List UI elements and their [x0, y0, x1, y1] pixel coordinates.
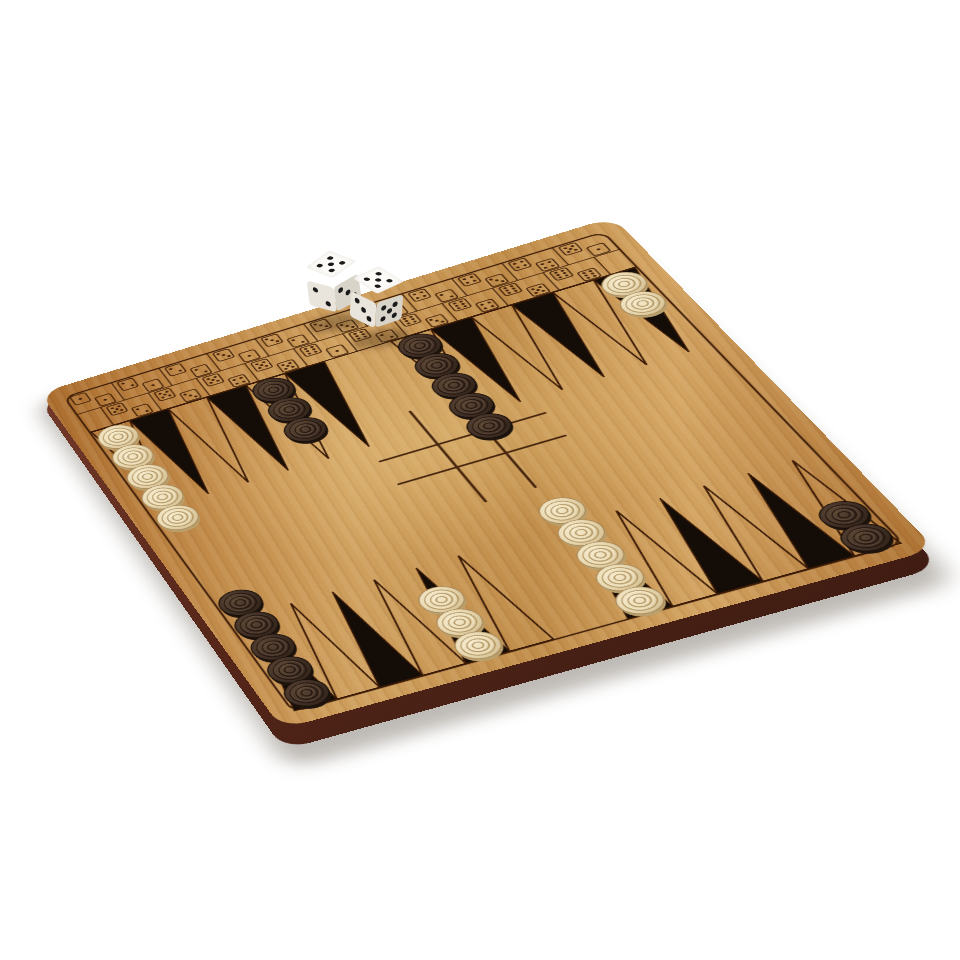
die-pip — [312, 286, 318, 292]
die-pip — [355, 297, 360, 304]
die-pip — [381, 304, 386, 311]
point-top-10[interactable] — [512, 293, 625, 384]
die-pip — [338, 286, 343, 294]
track-die-2 — [287, 334, 309, 347]
die-pip — [363, 277, 371, 282]
die-pip — [374, 278, 382, 283]
die-pip — [360, 306, 365, 313]
die-pip — [374, 284, 382, 289]
die-pip — [374, 271, 382, 276]
backgammon-board — [40, 217, 936, 729]
track-die-2 — [190, 364, 212, 377]
die-pip — [385, 278, 393, 283]
die-left-face — [350, 291, 377, 328]
track-die-4 — [536, 258, 560, 271]
die-right-face — [375, 294, 403, 328]
die-pip — [325, 300, 331, 306]
die-top-face — [353, 266, 404, 294]
board-face — [40, 217, 936, 729]
die-pip — [392, 311, 397, 318]
track-die-3 — [485, 274, 509, 287]
die-2[interactable] — [347, 264, 409, 330]
die-top-face — [306, 250, 357, 278]
product-photo-page — [0, 0, 960, 960]
track-die-1 — [142, 379, 164, 392]
die-pip — [366, 315, 371, 322]
track-die-1 — [95, 393, 116, 406]
track-die-2 — [435, 289, 458, 302]
die-pip — [327, 262, 335, 267]
die-left-face — [307, 280, 337, 312]
track-die-1 — [326, 344, 349, 357]
track-cell-divider — [101, 407, 114, 425]
die-pip — [338, 261, 346, 266]
track-die-1 — [586, 243, 610, 256]
point-bottom-3[interactable] — [312, 586, 423, 688]
die-pip — [327, 268, 335, 273]
die-pip — [386, 308, 391, 315]
die-pip — [393, 300, 398, 307]
track-die-1 — [238, 349, 260, 362]
die-pip — [326, 256, 334, 261]
die-pip — [380, 315, 385, 322]
die-pip — [316, 263, 324, 268]
